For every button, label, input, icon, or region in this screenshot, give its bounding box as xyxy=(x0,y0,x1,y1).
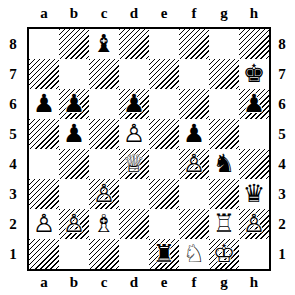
black-pawn[interactable]: ♟ xyxy=(63,119,85,149)
file-label: a xyxy=(29,3,59,23)
square-g4[interactable]: ♞ xyxy=(209,149,239,179)
rank-labels-right: 8 7 6 5 4 3 2 1 xyxy=(272,29,292,269)
file-label: b xyxy=(59,272,89,292)
square-e4[interactable] xyxy=(149,149,179,179)
square-a6[interactable]: ♟ xyxy=(29,89,59,119)
square-a3[interactable] xyxy=(29,179,59,209)
square-b6[interactable]: ♟ xyxy=(59,89,89,119)
white-queen[interactable]: ♕ xyxy=(123,149,145,179)
square-b5[interactable]: ♟ xyxy=(59,119,89,149)
file-label: h xyxy=(239,3,269,23)
square-g7[interactable] xyxy=(209,59,239,89)
square-f4[interactable]: ♙ xyxy=(179,149,209,179)
square-d4[interactable]: ♕ xyxy=(119,149,149,179)
file-label: g xyxy=(209,272,239,292)
square-h2[interactable]: ♙ xyxy=(239,209,269,239)
white-knight[interactable]: ♘ xyxy=(183,239,205,269)
square-d8[interactable] xyxy=(119,29,149,59)
black-king[interactable]: ♚ xyxy=(243,59,265,89)
black-pawn[interactable]: ♟ xyxy=(243,89,265,119)
rank-label: 3 xyxy=(3,179,23,209)
file-labels-bottom: a b c d e f g h xyxy=(29,272,269,292)
square-e5[interactable] xyxy=(149,119,179,149)
file-label: h xyxy=(239,272,269,292)
square-b2[interactable]: ♙ xyxy=(59,209,89,239)
white-bishop[interactable]: ♗ xyxy=(93,209,115,239)
chess-board: ♝♚♟♟♟♟♟♙♟♕♙♞♙♛♙♙♗♖♙♜♘♔ xyxy=(27,27,271,271)
square-h3[interactable]: ♛ xyxy=(239,179,269,209)
file-label: a xyxy=(29,272,59,292)
file-label: e xyxy=(149,272,179,292)
black-rook[interactable]: ♜ xyxy=(153,239,175,269)
square-a8[interactable] xyxy=(29,29,59,59)
white-pawn[interactable]: ♙ xyxy=(93,179,115,209)
square-d7[interactable] xyxy=(119,59,149,89)
square-f7[interactable] xyxy=(179,59,209,89)
rank-label: 5 xyxy=(272,119,292,149)
square-g8[interactable] xyxy=(209,29,239,59)
square-a5[interactable] xyxy=(29,119,59,149)
square-f5[interactable]: ♟ xyxy=(179,119,209,149)
square-b8[interactable] xyxy=(59,29,89,59)
file-label: c xyxy=(89,3,119,23)
rank-label: 2 xyxy=(3,209,23,239)
square-b7[interactable] xyxy=(59,59,89,89)
square-d3[interactable] xyxy=(119,179,149,209)
black-pawn[interactable]: ♟ xyxy=(63,89,85,119)
black-pawn[interactable]: ♟ xyxy=(183,119,205,149)
file-label: d xyxy=(119,3,149,23)
rank-label: 5 xyxy=(3,119,23,149)
square-e6[interactable] xyxy=(149,89,179,119)
white-pawn[interactable]: ♙ xyxy=(33,209,55,239)
rank-label: 1 xyxy=(272,239,292,269)
square-e3[interactable] xyxy=(149,179,179,209)
square-e1[interactable]: ♜ xyxy=(149,239,179,269)
square-h1[interactable] xyxy=(239,239,269,269)
square-h6[interactable]: ♟ xyxy=(239,89,269,119)
rank-label: 8 xyxy=(272,29,292,59)
rank-label: 2 xyxy=(272,209,292,239)
file-label: e xyxy=(149,3,179,23)
square-a2[interactable]: ♙ xyxy=(29,209,59,239)
rank-label: 7 xyxy=(272,59,292,89)
white-rook[interactable]: ♖ xyxy=(213,209,235,239)
square-g3[interactable] xyxy=(209,179,239,209)
file-label: f xyxy=(179,3,209,23)
white-king[interactable]: ♔ xyxy=(213,239,235,269)
square-c1[interactable] xyxy=(89,239,119,269)
white-pawn[interactable]: ♙ xyxy=(243,209,265,239)
square-h8[interactable] xyxy=(239,29,269,59)
file-label: b xyxy=(59,3,89,23)
rank-label: 6 xyxy=(3,89,23,119)
rank-label: 6 xyxy=(272,89,292,119)
white-pawn[interactable]: ♙ xyxy=(63,209,85,239)
rank-label: 1 xyxy=(3,239,23,269)
file-label: d xyxy=(119,272,149,292)
square-b3[interactable] xyxy=(59,179,89,209)
square-d6[interactable]: ♟ xyxy=(119,89,149,119)
square-h4[interactable] xyxy=(239,149,269,179)
square-a7[interactable] xyxy=(29,59,59,89)
square-d1[interactable] xyxy=(119,239,149,269)
rank-label: 4 xyxy=(3,149,23,179)
square-g6[interactable] xyxy=(209,89,239,119)
square-f6[interactable] xyxy=(179,89,209,119)
rank-label: 3 xyxy=(272,179,292,209)
square-b4[interactable] xyxy=(59,149,89,179)
square-e2[interactable] xyxy=(149,209,179,239)
square-a4[interactable] xyxy=(29,149,59,179)
square-f1[interactable]: ♘ xyxy=(179,239,209,269)
rank-labels-left: 8 7 6 5 4 3 2 1 xyxy=(3,29,23,269)
square-a1[interactable] xyxy=(29,239,59,269)
square-f8[interactable] xyxy=(179,29,209,59)
square-b1[interactable] xyxy=(59,239,89,269)
square-h7[interactable]: ♚ xyxy=(239,59,269,89)
square-h5[interactable] xyxy=(239,119,269,149)
white-pawn[interactable]: ♙ xyxy=(183,149,205,179)
square-c5[interactable] xyxy=(89,119,119,149)
square-g5[interactable] xyxy=(209,119,239,149)
rank-label: 4 xyxy=(272,149,292,179)
square-d2[interactable] xyxy=(119,209,149,239)
file-label: f xyxy=(179,272,209,292)
file-labels-top: a b c d e f g h xyxy=(29,3,269,23)
black-queen[interactable]: ♛ xyxy=(243,179,265,209)
rank-label: 8 xyxy=(3,29,23,59)
black-bishop[interactable]: ♝ xyxy=(93,29,115,59)
square-e7[interactable] xyxy=(149,59,179,89)
white-pawn[interactable]: ♙ xyxy=(123,119,145,149)
square-f2[interactable] xyxy=(179,209,209,239)
file-label: c xyxy=(89,272,119,292)
square-f3[interactable] xyxy=(179,179,209,209)
square-c7[interactable] xyxy=(89,59,119,89)
black-knight[interactable]: ♞ xyxy=(213,149,235,179)
square-c6[interactable] xyxy=(89,89,119,119)
square-c4[interactable] xyxy=(89,149,119,179)
square-c3[interactable]: ♙ xyxy=(89,179,119,209)
square-c8[interactable]: ♝ xyxy=(89,29,119,59)
square-g1[interactable]: ♔ xyxy=(209,239,239,269)
chess-diagram: a b c d e f g h 8 7 6 5 4 3 2 1 ♝♚♟♟♟♟♟♙… xyxy=(0,0,295,295)
black-pawn[interactable]: ♟ xyxy=(123,89,145,119)
black-pawn[interactable]: ♟ xyxy=(33,89,55,119)
rank-label: 7 xyxy=(3,59,23,89)
file-label: g xyxy=(209,3,239,23)
square-g2[interactable]: ♖ xyxy=(209,209,239,239)
square-c2[interactable]: ♗ xyxy=(89,209,119,239)
square-d5[interactable]: ♙ xyxy=(119,119,149,149)
square-e8[interactable] xyxy=(149,29,179,59)
